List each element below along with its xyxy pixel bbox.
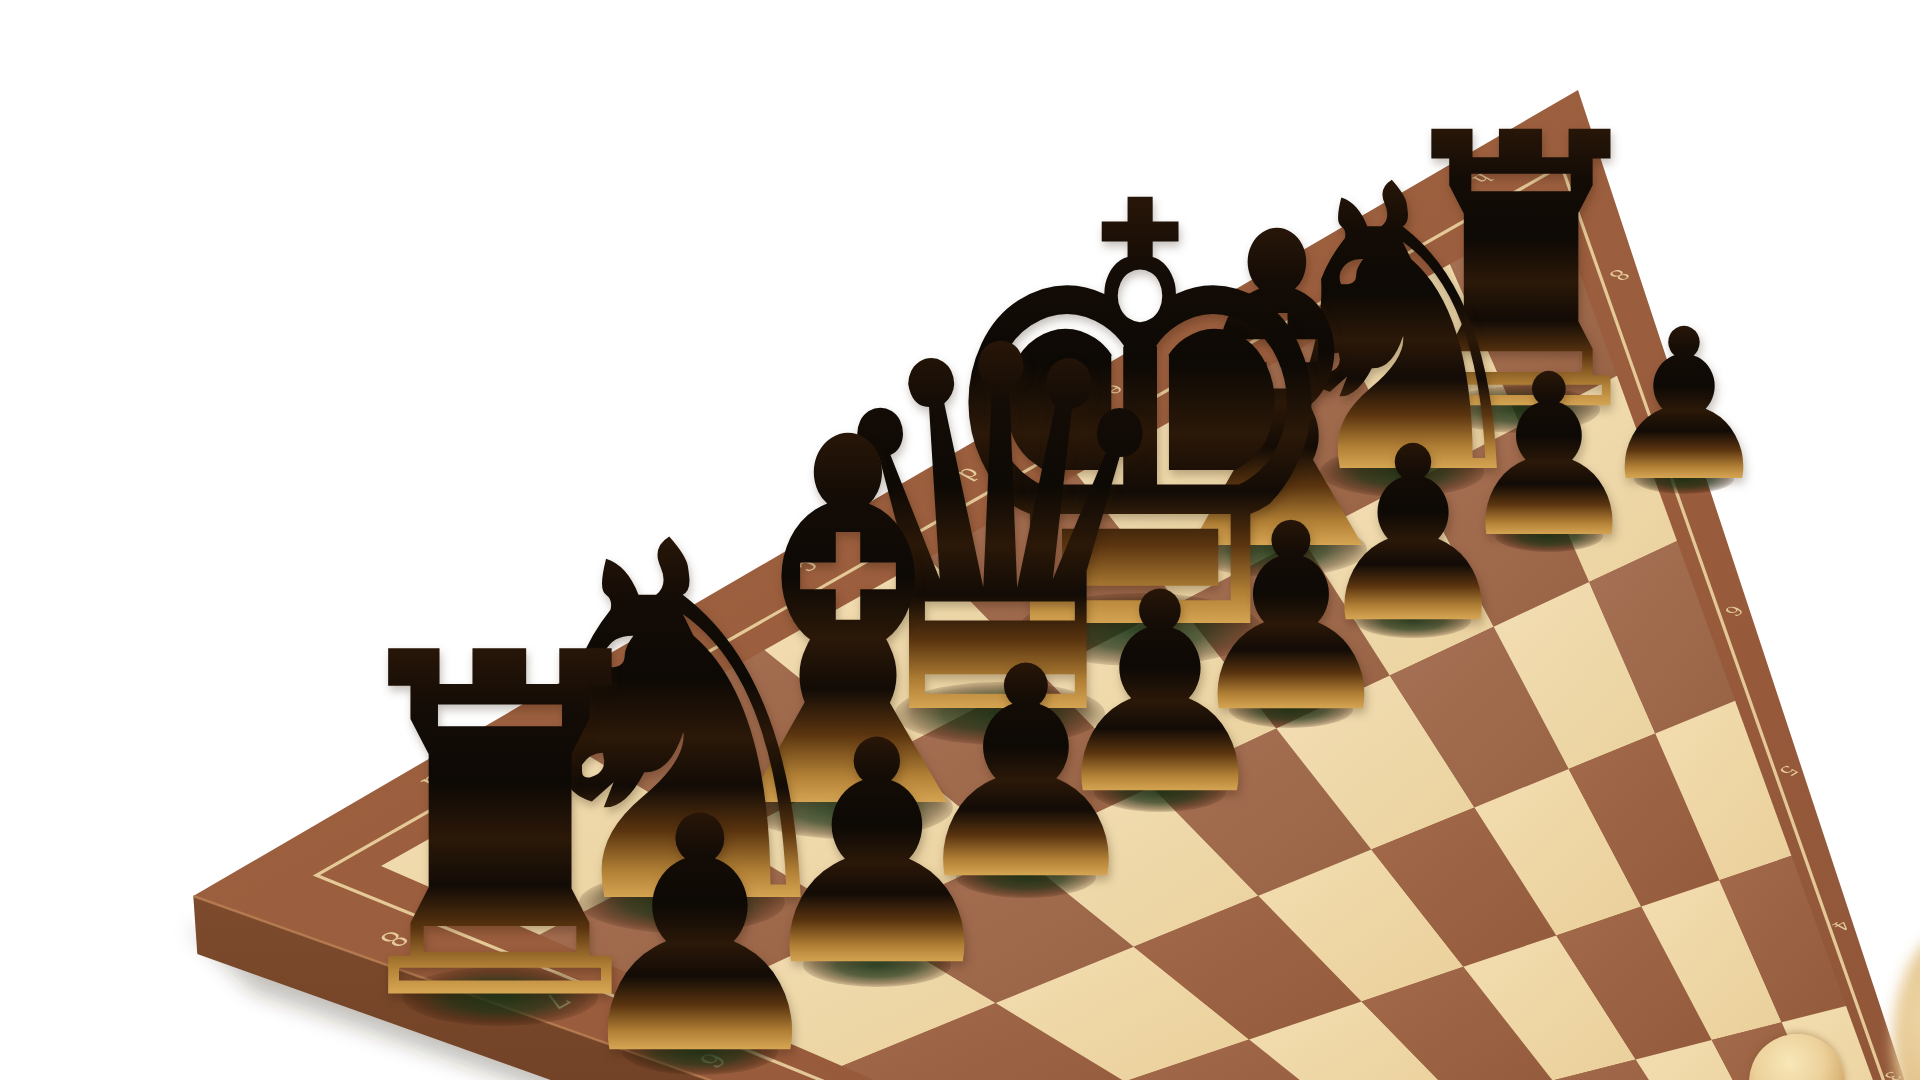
- piece-black-pawn-a7[interactable]: ♟: [608, 841, 792, 1057]
- chessboard-photo-scene: abcdefgh876876543 ♜♞♝♛♚♝♞♜♟♟♟♟♟♟♟♟: [0, 0, 1920, 1080]
